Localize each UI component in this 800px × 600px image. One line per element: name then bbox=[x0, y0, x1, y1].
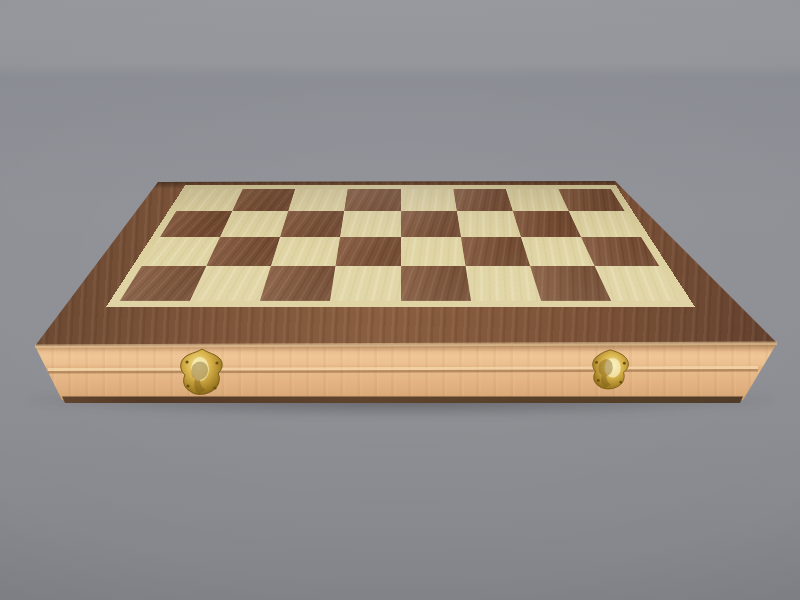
photo bbox=[0, 0, 800, 600]
board-square bbox=[401, 266, 471, 300]
board-square bbox=[401, 211, 461, 237]
board-square bbox=[344, 189, 400, 211]
board-square bbox=[465, 266, 541, 300]
board-square bbox=[220, 211, 288, 237]
board-grid bbox=[120, 189, 681, 301]
board-square bbox=[280, 211, 344, 237]
board-square bbox=[336, 237, 401, 267]
board-square bbox=[330, 266, 400, 300]
board-square bbox=[206, 237, 280, 267]
board-square bbox=[271, 237, 340, 267]
board-square bbox=[401, 237, 466, 267]
board-square bbox=[595, 266, 681, 300]
board-square bbox=[461, 237, 530, 267]
board-square bbox=[569, 211, 641, 237]
brass-clasp-icon bbox=[583, 348, 637, 393]
board-square bbox=[232, 189, 295, 211]
chessboard bbox=[106, 185, 695, 307]
board-square bbox=[288, 189, 348, 211]
board-square bbox=[581, 237, 660, 267]
board-square bbox=[558, 189, 625, 211]
board-square bbox=[340, 211, 400, 237]
brass-clasp-icon bbox=[174, 348, 230, 398]
board-square bbox=[457, 211, 521, 237]
board-square bbox=[453, 189, 513, 211]
board-square bbox=[260, 266, 336, 300]
chess-box bbox=[0, 0, 800, 600]
board-square bbox=[401, 189, 457, 211]
